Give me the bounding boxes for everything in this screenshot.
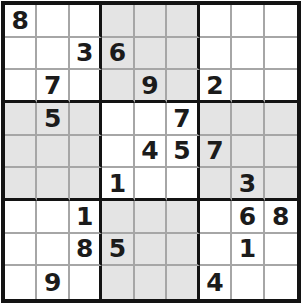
cell-r4c3-empty[interactable]	[70, 103, 102, 136]
cell-r6c5-empty[interactable]	[135, 168, 167, 201]
cell-r7c6-empty[interactable]	[167, 201, 199, 234]
cell-r3c6-empty[interactable]	[167, 70, 199, 103]
cell-r4c4-empty[interactable]	[102, 103, 134, 136]
cell-r8c3-given-8: 8	[70, 234, 102, 267]
cell-r3c7-given-2: 2	[200, 70, 232, 103]
cell-r6c9-empty[interactable]	[265, 168, 297, 201]
cell-r9c4-empty[interactable]	[102, 266, 134, 299]
cell-r8c4-given-5: 5	[102, 234, 134, 267]
cell-r6c6-empty[interactable]	[167, 168, 199, 201]
cell-r6c7-empty[interactable]	[200, 168, 232, 201]
cell-r2c9-empty[interactable]	[265, 38, 297, 71]
cell-r5c1-empty[interactable]	[5, 136, 37, 169]
cell-r1c5-empty[interactable]	[135, 5, 167, 38]
cell-r6c3-empty[interactable]	[70, 168, 102, 201]
cell-r9c2-given-9: 9	[37, 266, 69, 299]
cell-r4c7-empty[interactable]	[200, 103, 232, 136]
cell-r5c4-empty[interactable]	[102, 136, 134, 169]
cell-r4c5-empty[interactable]	[135, 103, 167, 136]
cell-r7c4-empty[interactable]	[102, 201, 134, 234]
cell-r5c3-empty[interactable]	[70, 136, 102, 169]
cell-r3c9-empty[interactable]	[265, 70, 297, 103]
cell-r1c2-empty[interactable]	[37, 5, 69, 38]
cell-r3c8-empty[interactable]	[232, 70, 264, 103]
cell-r1c7-empty[interactable]	[200, 5, 232, 38]
cell-r8c1-empty[interactable]	[5, 234, 37, 267]
cell-r2c6-empty[interactable]	[167, 38, 199, 71]
cell-r2c8-empty[interactable]	[232, 38, 264, 71]
cell-r9c3-empty[interactable]	[70, 266, 102, 299]
cell-r2c5-empty[interactable]	[135, 38, 167, 71]
cell-r6c4-given-1: 1	[102, 168, 134, 201]
cell-r1c8-empty[interactable]	[232, 5, 264, 38]
cell-r1c3-empty[interactable]	[70, 5, 102, 38]
cell-r2c1-empty[interactable]	[5, 38, 37, 71]
cell-r1c4-empty[interactable]	[102, 5, 134, 38]
cell-r9c7-given-4: 4	[200, 266, 232, 299]
cell-r3c3-empty[interactable]	[70, 70, 102, 103]
cell-r1c1-given-8: 8	[5, 5, 37, 38]
cell-r4c8-empty[interactable]	[232, 103, 264, 136]
cell-r4c2-given-5: 5	[37, 103, 69, 136]
cell-r6c1-empty[interactable]	[5, 168, 37, 201]
cell-r7c3-given-1: 1	[70, 201, 102, 234]
cell-r7c1-empty[interactable]	[5, 201, 37, 234]
cell-r7c2-empty[interactable]	[37, 201, 69, 234]
cell-r2c4-given-6: 6	[102, 38, 134, 71]
cell-r1c9-empty[interactable]	[265, 5, 297, 38]
cell-r6c2-empty[interactable]	[37, 168, 69, 201]
cell-r3c4-empty[interactable]	[102, 70, 134, 103]
cell-r9c1-empty[interactable]	[5, 266, 37, 299]
cell-r5c9-empty[interactable]	[265, 136, 297, 169]
cell-r2c2-empty[interactable]	[37, 38, 69, 71]
cell-r7c5-empty[interactable]	[135, 201, 167, 234]
cell-r7c9-given-8: 8	[265, 201, 297, 234]
cell-r3c2-given-7: 7	[37, 70, 69, 103]
cell-r5c5-given-4: 4	[135, 136, 167, 169]
cell-r3c1-empty[interactable]	[5, 70, 37, 103]
cell-r5c7-given-7: 7	[200, 136, 232, 169]
cell-r8c5-empty[interactable]	[135, 234, 167, 267]
cell-r4c9-empty[interactable]	[265, 103, 297, 136]
cell-r3c5-given-9: 9	[135, 70, 167, 103]
cell-r9c6-empty[interactable]	[167, 266, 199, 299]
cell-r8c6-empty[interactable]	[167, 234, 199, 267]
cell-r7c7-empty[interactable]	[200, 201, 232, 234]
cell-r8c2-empty[interactable]	[37, 234, 69, 267]
cell-r5c2-empty[interactable]	[37, 136, 69, 169]
cell-r5c6-given-5: 5	[167, 136, 199, 169]
cell-r4c6-given-7: 7	[167, 103, 199, 136]
cell-r2c7-empty[interactable]	[200, 38, 232, 71]
cell-r8c8-given-1: 1	[232, 234, 264, 267]
cell-r7c8-given-6: 6	[232, 201, 264, 234]
cell-r4c1-empty[interactable]	[5, 103, 37, 136]
cell-r6c8-given-3: 3	[232, 168, 264, 201]
cell-r9c8-empty[interactable]	[232, 266, 264, 299]
cell-r8c9-empty[interactable]	[265, 234, 297, 267]
cell-r9c9-empty[interactable]	[265, 266, 297, 299]
cell-r8c7-empty[interactable]	[200, 234, 232, 267]
cell-r2c3-given-3: 3	[70, 38, 102, 71]
cell-r9c5-empty[interactable]	[135, 266, 167, 299]
cell-r5c8-empty[interactable]	[232, 136, 264, 169]
cell-r1c6-empty[interactable]	[167, 5, 199, 38]
sudoku-board: 836792574571316885194	[1, 1, 301, 303]
